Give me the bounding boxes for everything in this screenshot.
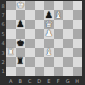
square-e5[interactable]: ♟	[44, 29, 54, 38]
file-label-e: E	[44, 76, 54, 85]
file-label-f: F	[54, 76, 64, 85]
file-label-c: C	[25, 76, 35, 85]
square-c7[interactable]	[25, 10, 35, 19]
square-h7[interactable]	[73, 10, 83, 19]
piece-white-bishop: ♝	[54, 10, 62, 19]
square-a7[interactable]	[6, 10, 16, 19]
square-a1[interactable]	[6, 67, 16, 76]
square-h3[interactable]	[73, 48, 83, 57]
square-g6[interactable]	[63, 20, 73, 29]
square-h1[interactable]	[73, 67, 83, 76]
square-a8[interactable]	[6, 1, 16, 10]
square-d3[interactable]	[35, 48, 45, 57]
square-a6[interactable]	[6, 20, 16, 29]
square-c6[interactable]	[25, 20, 35, 29]
square-g8[interactable]	[63, 1, 73, 10]
square-e1[interactable]	[44, 67, 54, 76]
file-label-d: D	[35, 76, 45, 85]
piece-white-rook: ♜	[7, 48, 15, 57]
square-c5[interactable]	[25, 29, 35, 38]
square-f5[interactable]	[54, 29, 64, 38]
square-f3[interactable]	[54, 48, 64, 57]
square-h4[interactable]	[73, 39, 83, 48]
square-g4[interactable]	[63, 39, 73, 48]
square-f1[interactable]	[54, 67, 64, 76]
piece-black-pawn: ♟	[45, 10, 53, 19]
chess-board-frame: 87654321 ♚♟♝♟♛♟♚♜♝♜ ABCDEFGH	[0, 0, 85, 85]
square-d1[interactable]	[35, 67, 45, 76]
piece-white-bishop: ♝	[45, 48, 53, 57]
square-d7[interactable]	[35, 10, 45, 19]
square-f6[interactable]	[54, 20, 64, 29]
file-label-a: A	[6, 76, 16, 85]
square-c8[interactable]	[25, 1, 35, 10]
square-a2[interactable]	[6, 57, 16, 66]
square-b8[interactable]: ♚	[16, 1, 26, 10]
file-label-g: G	[63, 76, 73, 85]
square-g2[interactable]	[63, 57, 73, 66]
square-c2[interactable]	[25, 57, 35, 66]
square-g7[interactable]	[63, 10, 73, 19]
chess-board[interactable]: ♚♟♝♟♛♟♚♜♝♜	[6, 1, 82, 76]
square-d6[interactable]	[35, 20, 45, 29]
square-c1[interactable]	[25, 67, 35, 76]
square-f2[interactable]	[54, 57, 64, 66]
file-label-b: B	[16, 76, 26, 85]
file-labels: ABCDEFGH	[6, 76, 82, 85]
piece-black-rook: ♜	[16, 57, 24, 66]
piece-white-pawn: ♟	[45, 29, 53, 38]
piece-white-queen: ♛	[45, 19, 53, 28]
square-b4[interactable]: ♚	[16, 39, 26, 48]
square-e4[interactable]	[44, 39, 54, 48]
square-h2[interactable]	[73, 57, 83, 66]
square-b7[interactable]	[16, 10, 26, 19]
square-d5[interactable]	[35, 29, 45, 38]
square-h8[interactable]	[73, 1, 83, 10]
square-d2[interactable]	[35, 57, 45, 66]
square-a5[interactable]	[6, 29, 16, 38]
square-b1[interactable]	[16, 67, 26, 76]
square-f8[interactable]	[54, 1, 64, 10]
square-d4[interactable]	[35, 39, 45, 48]
piece-black-pawn: ♟	[16, 19, 24, 28]
square-e2[interactable]	[44, 57, 54, 66]
square-b5[interactable]	[16, 29, 26, 38]
square-g1[interactable]	[63, 67, 73, 76]
piece-black-king: ♚	[16, 38, 24, 47]
square-h5[interactable]	[73, 29, 83, 38]
square-e3[interactable]: ♝	[44, 48, 54, 57]
square-h6[interactable]	[73, 20, 83, 29]
square-b3[interactable]	[16, 48, 26, 57]
square-g5[interactable]	[63, 29, 73, 38]
square-b6[interactable]: ♟	[16, 20, 26, 29]
square-a3[interactable]: ♜	[6, 48, 16, 57]
square-a4[interactable]	[6, 39, 16, 48]
square-d8[interactable]	[35, 1, 45, 10]
piece-white-king: ♚	[16, 1, 24, 10]
square-g3[interactable]	[63, 48, 73, 57]
square-c4[interactable]	[25, 39, 35, 48]
square-c3[interactable]	[25, 48, 35, 57]
square-f7[interactable]: ♝	[54, 10, 64, 19]
square-e8[interactable]	[44, 1, 54, 10]
file-label-h: H	[73, 76, 83, 85]
square-e6[interactable]: ♛	[44, 20, 54, 29]
square-b2[interactable]: ♜	[16, 57, 26, 66]
square-e7[interactable]: ♟	[44, 10, 54, 19]
square-f4[interactable]	[54, 39, 64, 48]
